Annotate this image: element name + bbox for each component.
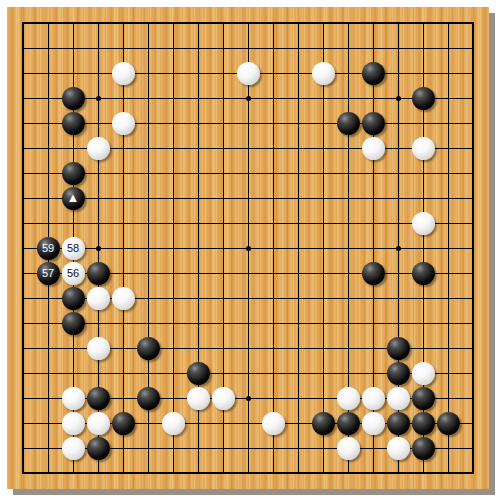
stone-white[interactable]: [112, 112, 135, 135]
stone-black[interactable]: [62, 87, 85, 110]
stone-black[interactable]: 59: [37, 237, 60, 260]
grid-line: [298, 23, 299, 473]
stone-black[interactable]: [387, 362, 410, 385]
star-point: [396, 246, 401, 251]
grid-line: [23, 323, 473, 324]
stone-white[interactable]: [337, 437, 360, 460]
stone-black[interactable]: [362, 262, 385, 285]
stone-white[interactable]: [87, 337, 110, 360]
stone-white[interactable]: [87, 137, 110, 160]
stone-white[interactable]: [87, 287, 110, 310]
stone-white[interactable]: [387, 387, 410, 410]
stone-black[interactable]: [87, 437, 110, 460]
grid-line: [448, 23, 449, 473]
move-number-label: 56: [62, 262, 85, 285]
stone-black[interactable]: [387, 412, 410, 435]
stone-white[interactable]: [112, 287, 135, 310]
go-board[interactable]: ▲59585756: [7, 7, 489, 489]
star-point: [246, 246, 251, 251]
stone-white[interactable]: [362, 412, 385, 435]
stone-black[interactable]: [437, 412, 460, 435]
star-point: [96, 96, 101, 101]
stone-black[interactable]: [112, 412, 135, 435]
stone-black[interactable]: [187, 362, 210, 385]
stone-black[interactable]: [62, 112, 85, 135]
stone-white[interactable]: [412, 212, 435, 235]
move-number-label: 59: [37, 237, 60, 260]
star-point: [246, 396, 251, 401]
stone-black[interactable]: [362, 62, 385, 85]
stone-white[interactable]: [262, 412, 285, 435]
triangle-marker-icon: ▲: [62, 186, 85, 209]
stone-white[interactable]: [237, 62, 260, 85]
star-point: [396, 96, 401, 101]
stone-black[interactable]: [412, 262, 435, 285]
move-number-label: 57: [37, 262, 60, 285]
stone-black[interactable]: [412, 387, 435, 410]
stone-white[interactable]: [387, 437, 410, 460]
stone-black[interactable]: [62, 162, 85, 185]
stone-white[interactable]: [112, 62, 135, 85]
stone-white[interactable]: [412, 137, 435, 160]
stone-black[interactable]: [312, 412, 335, 435]
grid-line: [273, 23, 274, 473]
stone-white[interactable]: [162, 412, 185, 435]
stone-black[interactable]: [412, 87, 435, 110]
grid-line: [323, 23, 324, 473]
star-point: [246, 96, 251, 101]
page: ▲59585756: [0, 0, 500, 500]
stone-white[interactable]: [412, 362, 435, 385]
stone-white[interactable]: [62, 412, 85, 435]
stone-white[interactable]: [62, 387, 85, 410]
stone-white[interactable]: [337, 387, 360, 410]
stone-black[interactable]: [87, 387, 110, 410]
stone-white[interactable]: [312, 62, 335, 85]
move-number-label: 58: [62, 237, 85, 260]
stone-black[interactable]: [62, 287, 85, 310]
stone-black[interactable]: [337, 112, 360, 135]
stone-white[interactable]: [212, 387, 235, 410]
stone-white[interactable]: [62, 437, 85, 460]
stone-black[interactable]: [62, 312, 85, 335]
stone-white[interactable]: [87, 412, 110, 435]
stone-black[interactable]: [337, 412, 360, 435]
stone-black[interactable]: 57: [37, 262, 60, 285]
stone-black[interactable]: [362, 112, 385, 135]
stone-black[interactable]: [87, 262, 110, 285]
stone-black[interactable]: [412, 412, 435, 435]
stone-black[interactable]: [412, 437, 435, 460]
stone-white[interactable]: [362, 387, 385, 410]
star-point: [96, 246, 101, 251]
stone-black[interactable]: [137, 337, 160, 360]
stone-white[interactable]: [362, 137, 385, 160]
stone-white[interactable]: [187, 387, 210, 410]
stone-black[interactable]: ▲: [62, 187, 85, 210]
stone-black[interactable]: [137, 387, 160, 410]
stone-white[interactable]: 58: [62, 237, 85, 260]
stone-black[interactable]: [387, 337, 410, 360]
stone-white[interactable]: 56: [62, 262, 85, 285]
